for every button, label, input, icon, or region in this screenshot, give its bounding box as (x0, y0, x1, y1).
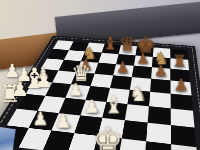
square-g5[interactable] (150, 79, 171, 94)
black-pawn-piece[interactable]: ♟ (113, 61, 132, 76)
square-h4[interactable] (171, 94, 193, 111)
square-g3[interactable] (148, 106, 171, 125)
black-pawn-piece[interactable]: ♟ (151, 64, 170, 79)
black-pawn-piece[interactable]: ♟ (171, 78, 192, 94)
square-h5[interactable]: ♟ (171, 81, 192, 96)
black-bishop-piece[interactable]: ♝ (102, 35, 119, 53)
captured-white-pawn-piece[interactable]: ♟ (35, 70, 53, 90)
square-g6[interactable]: ♟ (151, 67, 170, 80)
square-c2[interactable]: ♟ (51, 113, 80, 133)
white-bishop-piece[interactable]: ♝ (102, 94, 125, 118)
square-f7[interactable]: ♟ (134, 56, 153, 68)
square-c1[interactable] (43, 131, 75, 150)
captured-pieces-tray: ♜♟♝♟♟♟ (0, 0, 60, 115)
white-knight-piece[interactable]: ♞ (128, 84, 149, 104)
square-h7[interactable]: ♜ (170, 58, 189, 70)
square-e1[interactable]: ♚ (93, 136, 122, 150)
chess-photo-scene: ♝♛♚♞♟♞♜♟♟♟♟♛♟♟♞♟♝♟♟♚ ♜♟♝♟♟♟ (0, 0, 200, 150)
white-pawn-piece[interactable]: ♟ (80, 98, 102, 116)
captured-white-pawn-piece[interactable]: ♟ (16, 66, 32, 84)
square-e3[interactable]: ♝ (102, 102, 127, 120)
black-rook-piece[interactable]: ♜ (171, 53, 189, 70)
square-g4[interactable] (149, 92, 171, 109)
square-f4[interactable]: ♞ (128, 90, 151, 106)
white-king-piece[interactable]: ♚ (93, 123, 119, 150)
square-f6[interactable] (132, 66, 152, 79)
black-pawn-piece[interactable]: ♟ (134, 52, 152, 66)
square-e6[interactable]: ♟ (113, 64, 134, 77)
